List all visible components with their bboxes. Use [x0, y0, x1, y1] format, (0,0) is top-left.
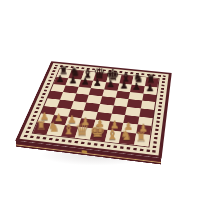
- white-rook: ♜: [35, 120, 46, 132]
- white-knight: ♞: [48, 121, 60, 134]
- square-g5: [127, 99, 142, 108]
- chess-board: ♜♞♝♛♚♝♞♜♟♟♟♟♟♟♟♟♟♟♟♟♟♟♟♟♜♞♝♛♚♝♞♜: [15, 61, 171, 158]
- white-bishop: ♝: [62, 122, 75, 136]
- board-frame: ♜♞♝♛♚♝♞♜♟♟♟♟♟♟♟♟♟♟♟♟♟♟♟♟♜♞♝♛♚♝♞♜: [15, 61, 171, 158]
- white-rook: ♜: [136, 131, 147, 144]
- white-bishop: ♝: [106, 127, 119, 141]
- white-queen: ♛: [75, 122, 90, 138]
- chess-scene: ♜♞♝♛♚♝♞♜♟♟♟♟♟♟♟♟♟♟♟♟♟♟♟♟♜♞♝♛♚♝♞♜: [33, 37, 167, 171]
- square-e1: ♚: [89, 128, 107, 141]
- square-h5: [140, 101, 155, 110]
- black-pawn: ♟: [68, 76, 77, 86]
- black-pawn: ♟: [93, 78, 102, 88]
- black-pawn: ♟: [120, 81, 129, 91]
- black-pawn: ♟: [56, 74, 65, 84]
- black-pawn: ♟: [133, 82, 142, 92]
- square-h1: ♜: [134, 133, 150, 146]
- black-pawn: ♟: [107, 79, 116, 89]
- white-king: ♚: [89, 123, 105, 140]
- black-pawn: ♟: [145, 83, 154, 93]
- black-pawn: ♟: [81, 77, 90, 87]
- square-f5: [114, 98, 129, 107]
- square-d5: [86, 95, 101, 104]
- brass-clasp-icon: [81, 150, 86, 153]
- product-photo: ♜♞♝♛♚♝♞♜♟♟♟♟♟♟♟♟♟♟♟♟♟♟♟♟♜♞♝♛♚♝♞♜: [0, 0, 200, 200]
- white-knight: ♞: [121, 129, 133, 143]
